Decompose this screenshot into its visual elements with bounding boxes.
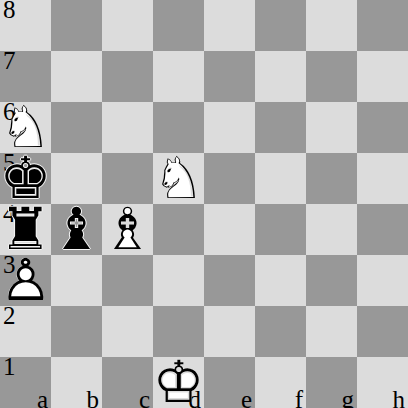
square-c4[interactable]: ♝♗ [102,204,153,255]
file-label-e: e [241,390,252,408]
square-h5[interactable] [357,153,408,204]
white-knight-icon: ♘ [153,153,204,204]
square-b2[interactable] [51,306,102,357]
square-f5[interactable] [255,153,306,204]
square-e6[interactable] [204,102,255,153]
square-f7[interactable] [255,51,306,102]
file-label-b: b [87,390,100,408]
square-a1[interactable]: 1a [0,357,51,408]
square-g2[interactable] [306,306,357,357]
square-h1[interactable]: h [357,357,408,408]
square-e7[interactable] [204,51,255,102]
square-a8[interactable]: 8 [0,0,51,51]
square-c2[interactable] [102,306,153,357]
square-c7[interactable] [102,51,153,102]
square-g4[interactable] [306,204,357,255]
chess-diagram: 876♞♘5♚♞♘4♜♝♝♗3♟♙21abcd♚♔efgh [0,0,408,408]
square-f6[interactable] [255,102,306,153]
rank-label-7: 7 [3,48,16,73]
file-label-f: f [295,390,303,408]
square-h8[interactable] [357,0,408,51]
file-label-g: g [342,390,355,408]
square-e1[interactable]: e [204,357,255,408]
square-e3[interactable] [204,255,255,306]
square-f4[interactable] [255,204,306,255]
square-d5[interactable]: ♞♘ [153,153,204,204]
square-h3[interactable] [357,255,408,306]
square-g5[interactable] [306,153,357,204]
black-bishop-icon: ♝ [51,204,102,255]
square-h7[interactable] [357,51,408,102]
square-c8[interactable] [102,0,153,51]
square-b4[interactable]: ♝ [51,204,102,255]
square-f2[interactable] [255,306,306,357]
square-g8[interactable] [306,0,357,51]
square-h6[interactable] [357,102,408,153]
white-bishop-icon: ♗ [102,204,153,255]
square-h4[interactable] [357,204,408,255]
black-bishop-b4[interactable]: ♝ [51,204,102,255]
file-label-h: h [393,390,406,408]
square-e8[interactable] [204,0,255,51]
square-g3[interactable] [306,255,357,306]
file-label-c: c [139,390,150,408]
white-king-d1[interactable]: ♚♔ [153,357,204,408]
white-pawn-icon: ♙ [0,255,51,306]
white-king-icon: ♔ [153,357,204,408]
square-e5[interactable] [204,153,255,204]
square-e2[interactable] [204,306,255,357]
square-f3[interactable] [255,255,306,306]
square-b8[interactable] [51,0,102,51]
square-d7[interactable] [153,51,204,102]
square-b1[interactable]: b [51,357,102,408]
square-b6[interactable] [51,102,102,153]
square-e4[interactable] [204,204,255,255]
square-g1[interactable]: g [306,357,357,408]
rank-label-8: 8 [3,0,16,22]
white-knight-d5[interactable]: ♞♘ [153,153,204,204]
square-b7[interactable] [51,51,102,102]
square-g7[interactable] [306,51,357,102]
square-a3[interactable]: 3♟♙ [0,255,51,306]
file-label-a: a [37,390,48,408]
square-h2[interactable] [357,306,408,357]
square-d8[interactable] [153,0,204,51]
square-c1[interactable]: c [102,357,153,408]
square-f1[interactable]: f [255,357,306,408]
white-bishop-c4[interactable]: ♝♗ [102,204,153,255]
square-c6[interactable] [102,102,153,153]
square-d3[interactable] [153,255,204,306]
square-f8[interactable] [255,0,306,51]
square-g6[interactable] [306,102,357,153]
white-pawn-a3[interactable]: ♟♙ [0,255,51,306]
rank-label-1: 1 [3,354,16,379]
chess-board: 876♞♘5♚♞♘4♜♝♝♗3♟♙21abcd♚♔efgh [0,0,408,408]
square-d1[interactable]: d♚♔ [153,357,204,408]
